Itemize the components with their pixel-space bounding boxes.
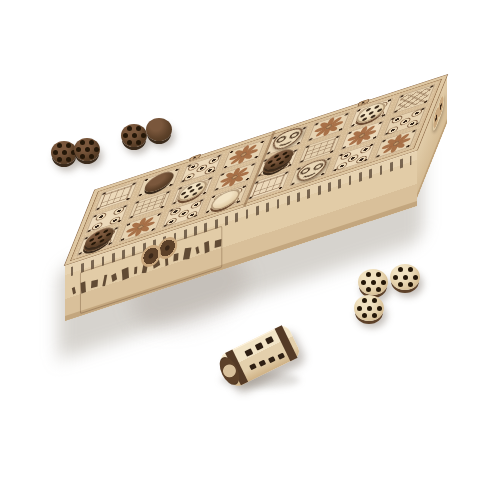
eye-dot bbox=[165, 217, 178, 227]
disc-hole bbox=[192, 192, 198, 197]
dark-reserve-disc bbox=[146, 118, 172, 141]
eye-dot bbox=[207, 155, 220, 165]
eye-dot bbox=[94, 212, 107, 222]
disc-hole bbox=[127, 140, 132, 145]
disc-hole bbox=[376, 287, 381, 292]
disc-hole bbox=[198, 186, 204, 191]
disc-hole bbox=[398, 282, 403, 287]
disc-hole bbox=[362, 298, 367, 303]
disc-hole bbox=[183, 195, 189, 200]
disc-hole bbox=[57, 157, 62, 162]
disc-hole bbox=[361, 280, 366, 285]
disc-hole bbox=[403, 275, 408, 280]
eye-dot bbox=[189, 200, 202, 210]
disc-hole bbox=[270, 163, 276, 168]
disc-hole bbox=[85, 147, 90, 152]
disc-hole bbox=[99, 238, 105, 243]
hinge-pin bbox=[361, 101, 365, 104]
hinge-pin bbox=[193, 156, 197, 159]
disc-hole bbox=[371, 114, 377, 119]
eye-dot bbox=[335, 161, 348, 171]
disc-hole bbox=[123, 133, 128, 138]
disc-hole bbox=[136, 126, 141, 131]
disc-hole bbox=[372, 313, 377, 318]
disc-hole bbox=[57, 143, 62, 148]
disc-hole bbox=[76, 147, 81, 152]
disc-hole bbox=[377, 108, 383, 113]
disc-hole bbox=[89, 140, 94, 145]
disc-hole bbox=[366, 272, 371, 277]
disc-hole bbox=[127, 126, 132, 131]
disc-hole bbox=[132, 133, 137, 138]
disc-hole bbox=[377, 306, 382, 311]
eye-dot bbox=[108, 215, 121, 225]
disc-hole bbox=[91, 241, 97, 246]
light-reserve-disc bbox=[354, 295, 384, 321]
eye-dot bbox=[112, 206, 125, 216]
disc-hole bbox=[357, 306, 362, 311]
disc-hole bbox=[367, 306, 372, 311]
disc-hole bbox=[381, 280, 386, 285]
disc-hole bbox=[105, 232, 111, 237]
disc-hole bbox=[362, 117, 368, 122]
disc-hole bbox=[372, 298, 377, 303]
disc-hole bbox=[62, 150, 67, 155]
disc-hole bbox=[413, 275, 418, 280]
disc-hole bbox=[80, 154, 85, 159]
disc-hole bbox=[284, 154, 290, 159]
disc-hole bbox=[89, 154, 94, 159]
light-reserve-disc bbox=[390, 264, 420, 290]
eye-dot bbox=[359, 144, 372, 154]
disc-hole bbox=[66, 157, 71, 162]
dark-reserve-disc bbox=[74, 138, 100, 161]
disc-hole bbox=[362, 313, 367, 318]
disc-hole bbox=[136, 140, 141, 145]
disc-hole bbox=[141, 133, 146, 138]
disc-hole bbox=[393, 275, 398, 280]
disc-hole bbox=[66, 143, 71, 148]
disc-hole bbox=[80, 140, 85, 145]
cuneiform-glyph bbox=[72, 286, 76, 294]
dark-reserve-disc bbox=[121, 124, 147, 147]
disc-hole bbox=[278, 160, 284, 165]
disc-hole bbox=[408, 267, 413, 272]
disc-hole bbox=[408, 282, 413, 287]
light-reserve-disc bbox=[358, 269, 388, 295]
disc-hole bbox=[376, 272, 381, 277]
disc-hole bbox=[398, 267, 403, 272]
disc-hole bbox=[53, 150, 58, 155]
disc-hole bbox=[371, 280, 376, 285]
product-photo-stage bbox=[0, 0, 480, 480]
dark-reserve-disc bbox=[51, 141, 77, 164]
disc-hole bbox=[94, 147, 99, 152]
eye-dot bbox=[411, 108, 424, 118]
disc-hole bbox=[366, 287, 371, 292]
